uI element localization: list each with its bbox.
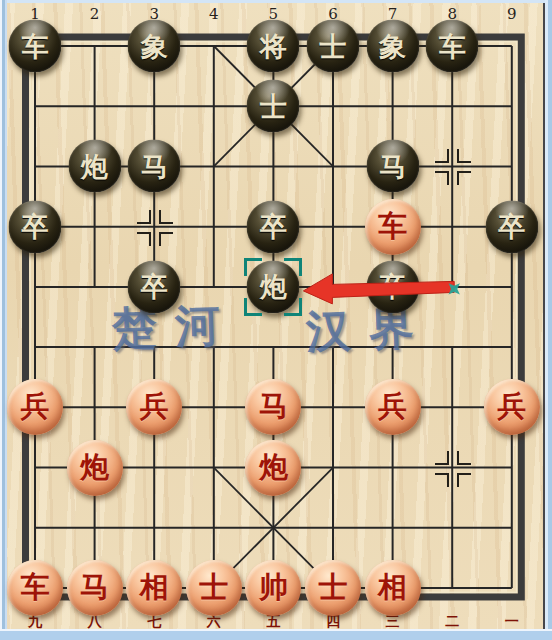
piece-red-soldier[interactable]: 兵	[484, 379, 540, 435]
xiangqi-app-window: 楚河 汉界 123456789 九八七六五四三二一 车象将士象车士炮马马卒卒车卒…	[0, 0, 552, 640]
piece-character: 马	[141, 148, 168, 184]
piece-character: 士	[319, 568, 348, 608]
piece-red-soldier[interactable]: 兵	[365, 379, 421, 435]
piece-black-soldier[interactable]: 卒	[247, 200, 300, 253]
river-text-left: 楚河	[111, 295, 239, 359]
piece-red-advisor[interactable]: 士	[186, 560, 242, 616]
piece-black-general[interactable]: 将	[247, 20, 300, 73]
piece-red-general[interactable]: 帅	[245, 560, 301, 616]
piece-character: 兵	[21, 387, 50, 427]
window-frame-top	[0, 0, 552, 3]
piece-character: 车	[378, 207, 407, 247]
piece-character: 卒	[22, 209, 49, 245]
piece-red-horse[interactable]: 马	[67, 560, 123, 616]
piece-character: 象	[379, 28, 406, 64]
piece-black-horse[interactable]: 马	[366, 140, 419, 193]
piece-red-horse[interactable]: 马	[245, 379, 301, 435]
piece-character: 士	[199, 568, 228, 608]
piece-character: 卒	[498, 209, 525, 245]
piece-black-advisor[interactable]: 士	[307, 20, 360, 73]
piece-black-elephant[interactable]: 象	[366, 20, 419, 73]
piece-red-cannon[interactable]: 炮	[67, 440, 123, 496]
piece-black-soldier[interactable]: 卒	[9, 200, 62, 253]
piece-black-elephant[interactable]: 象	[128, 20, 181, 73]
piece-character: 马	[259, 387, 288, 427]
piece-character: 马	[80, 568, 109, 608]
piece-character: 马	[379, 148, 406, 184]
piece-red-elephant[interactable]: 相	[365, 560, 421, 616]
piece-character: 车	[21, 568, 50, 608]
piece-black-horse[interactable]: 马	[128, 140, 181, 193]
piece-character: 将	[260, 28, 287, 64]
piece-character: 卒	[141, 269, 168, 305]
piece-character: 卒	[260, 209, 287, 245]
piece-character: 士	[320, 28, 347, 64]
piece-character: 兵	[497, 387, 526, 427]
piece-character: 卒	[379, 269, 406, 305]
piece-red-chariot[interactable]: 车	[7, 560, 63, 616]
piece-red-cannon[interactable]: 炮	[245, 440, 301, 496]
selected-piece-highlight	[244, 258, 302, 316]
top-file-label-9: 9	[507, 5, 517, 23]
piece-character: 士	[260, 88, 287, 124]
point-marker	[430, 144, 474, 188]
piece-character: 相	[378, 568, 407, 608]
point-marker	[430, 446, 474, 490]
piece-character: 帅	[259, 568, 288, 608]
piece-character: 车	[439, 28, 466, 64]
piece-character: 相	[140, 568, 169, 608]
top-file-label-2: 2	[90, 5, 100, 23]
point-marker	[132, 205, 176, 249]
bottom-file-label-9: 一	[505, 613, 519, 631]
window-frame-left	[0, 0, 7, 640]
piece-character: 兵	[140, 387, 169, 427]
piece-character: 炮	[81, 148, 108, 184]
piece-character: 兵	[378, 387, 407, 427]
piece-black-chariot[interactable]: 车	[9, 20, 62, 73]
piece-character: 炮	[80, 448, 109, 488]
piece-red-soldier[interactable]: 兵	[126, 379, 182, 435]
piece-character: 象	[141, 28, 168, 64]
piece-character: 车	[22, 28, 49, 64]
river-text-right: 汉界	[305, 298, 433, 362]
piece-black-cannon[interactable]: 炮	[68, 140, 121, 193]
piece-black-advisor[interactable]: 士	[247, 80, 300, 133]
piece-red-advisor[interactable]: 士	[305, 560, 361, 616]
bottom-file-label-8: 二	[445, 613, 459, 631]
piece-black-soldier[interactable]: 卒	[485, 200, 538, 253]
piece-black-chariot[interactable]: 车	[426, 20, 479, 73]
piece-red-chariot[interactable]: 车	[365, 199, 421, 255]
piece-red-elephant[interactable]: 相	[126, 560, 182, 616]
piece-black-soldier[interactable]: 卒	[128, 260, 181, 313]
top-file-label-4: 4	[209, 5, 219, 23]
piece-black-soldier[interactable]: 卒	[366, 260, 419, 313]
piece-red-soldier[interactable]: 兵	[7, 379, 63, 435]
window-frame-right	[545, 0, 552, 640]
piece-character: 炮	[259, 448, 288, 488]
